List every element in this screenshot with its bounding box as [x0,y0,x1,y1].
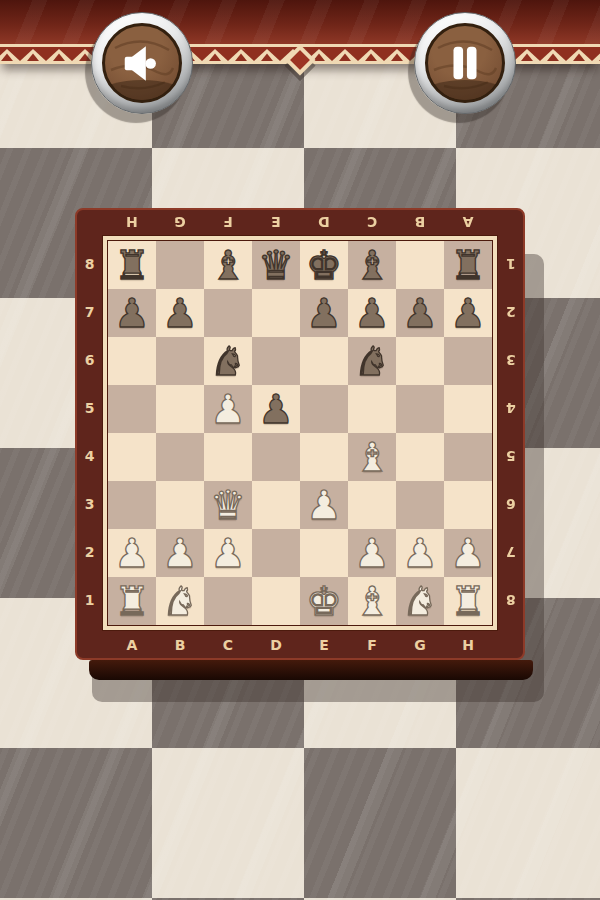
square-a4[interactable] [108,433,156,481]
square-c3[interactable]: ♛ [204,481,252,529]
speaker-icon [119,40,165,86]
coordinate-label: C [348,215,396,229]
piece-black-pawn[interactable]: ♟ [162,293,198,333]
square-e1[interactable]: ♚ [300,577,348,625]
coordinate-label: 6 [85,336,95,384]
square-g1[interactable]: ♞ [396,577,444,625]
coordinate-label: A [108,638,156,652]
square-f4[interactable]: ♝ [348,433,396,481]
square-d4[interactable] [252,433,300,481]
piece-black-knight[interactable]: ♞ [210,341,246,381]
coordinate-label: 6 [506,480,516,528]
square-g2[interactable]: ♟ [396,529,444,577]
square-a2[interactable]: ♟ [108,529,156,577]
square-e7[interactable]: ♟ [300,289,348,337]
square-c2[interactable]: ♟ [204,529,252,577]
piece-black-knight[interactable]: ♞ [354,341,390,381]
coordinate-label: 2 [85,528,95,576]
piece-white-rook[interactable]: ♜ [114,581,150,621]
piece-white-bishop[interactable]: ♝ [354,437,390,477]
square-e6[interactable] [300,337,348,385]
square-h5[interactable] [444,385,492,433]
coordinate-label: D [252,638,300,652]
piece-white-queen[interactable]: ♛ [210,485,246,525]
piece-white-pawn[interactable]: ♟ [354,533,390,573]
square-f2[interactable]: ♟ [348,529,396,577]
square-f7[interactable]: ♟ [348,289,396,337]
piece-black-bishop[interactable]: ♝ [210,245,246,285]
square-g8[interactable] [396,241,444,289]
square-d6[interactable] [252,337,300,385]
piece-white-knight[interactable]: ♞ [402,581,438,621]
piece-black-pawn[interactable]: ♟ [402,293,438,333]
square-c8[interactable]: ♝ [204,241,252,289]
square-e2[interactable] [300,529,348,577]
coordinate-label: 1 [85,576,95,624]
square-g3[interactable] [396,481,444,529]
pause-button-face [425,23,505,103]
coordinate-label: 4 [85,432,95,480]
square-e3[interactable]: ♟ [300,481,348,529]
square-d5[interactable]: ♟ [252,385,300,433]
board-inner-trim: ♜♝♛♚♝♜♟♟♟♟♟♟♞♞♟♟♝♛♟♟♟♟♟♟♟♜♞♚♝♞♜ [102,235,498,631]
piece-white-pawn[interactable]: ♟ [402,533,438,573]
piece-white-bishop[interactable]: ♝ [354,581,390,621]
coordinates-right: 12345678 [498,240,523,626]
coordinates-left: 87654321 [77,240,102,626]
coordinate-label: F [204,215,252,229]
pause-icon [442,40,488,86]
square-d3[interactable] [252,481,300,529]
piece-white-rook[interactable]: ♜ [450,581,486,621]
piece-black-pawn[interactable]: ♟ [258,389,294,429]
coordinate-label: 8 [85,240,95,288]
piece-white-pawn[interactable]: ♟ [450,533,486,573]
square-e4[interactable] [300,433,348,481]
square-e8[interactable]: ♚ [300,241,348,289]
square-e5[interactable] [300,385,348,433]
piece-white-pawn[interactable]: ♟ [162,533,198,573]
piece-white-pawn[interactable]: ♟ [114,533,150,573]
piece-black-pawn[interactable]: ♟ [114,293,150,333]
piece-black-pawn[interactable]: ♟ [450,293,486,333]
square-h4[interactable] [444,433,492,481]
coordinate-label: D [300,215,348,229]
piece-black-bishop[interactable]: ♝ [354,245,390,285]
board-base-edge [89,660,533,680]
square-c6[interactable]: ♞ [204,337,252,385]
square-c1[interactable] [204,577,252,625]
coordinate-label: 5 [506,432,516,480]
coordinate-label: 3 [506,336,516,384]
square-h6[interactable] [444,337,492,385]
square-a8[interactable]: ♜ [108,241,156,289]
coordinates-top: HGFEDCBA [108,210,492,234]
chess-board: HGFEDCBA 87654321 ♜♝♛♚♝♜♟♟♟♟♟♟♞♞♟♟♝♛♟♟♟♟… [75,208,525,680]
square-b7[interactable]: ♟ [156,289,204,337]
coordinate-label: 4 [506,384,516,432]
piece-black-rook[interactable]: ♜ [114,245,150,285]
piece-black-pawn[interactable]: ♟ [306,293,342,333]
board-squares: ♜♝♛♚♝♜♟♟♟♟♟♟♞♞♟♟♝♛♟♟♟♟♟♟♟♜♞♚♝♞♜ [108,241,492,625]
square-a7[interactable]: ♟ [108,289,156,337]
piece-white-king[interactable]: ♚ [306,581,342,621]
coordinate-label: E [300,638,348,652]
coordinate-label: A [444,215,492,229]
square-f1[interactable]: ♝ [348,577,396,625]
sound-button[interactable] [91,12,193,114]
square-f6[interactable]: ♞ [348,337,396,385]
square-c7[interactable] [204,289,252,337]
diamond-ornament-inner [290,50,310,70]
pause-button[interactable] [414,12,516,114]
coordinate-label: C [204,638,252,652]
coordinate-label: F [348,638,396,652]
coordinate-label: B [156,638,204,652]
square-h7[interactable]: ♟ [444,289,492,337]
square-b1[interactable]: ♞ [156,577,204,625]
piece-black-king[interactable]: ♚ [306,245,342,285]
piece-white-knight[interactable]: ♞ [162,581,198,621]
square-c5[interactable]: ♟ [204,385,252,433]
coordinate-label: 7 [85,288,95,336]
square-c4[interactable] [204,433,252,481]
square-b2[interactable]: ♟ [156,529,204,577]
square-h8[interactable]: ♜ [444,241,492,289]
square-a5[interactable] [108,385,156,433]
coordinate-label: 5 [85,384,95,432]
square-a3[interactable] [108,481,156,529]
square-d7[interactable] [252,289,300,337]
square-d8[interactable]: ♛ [252,241,300,289]
square-f8[interactable]: ♝ [348,241,396,289]
square-b4[interactable] [156,433,204,481]
coordinate-label: 8 [506,576,516,624]
sound-button-face [102,23,182,103]
coordinate-label: 7 [506,528,516,576]
piece-white-pawn[interactable]: ♟ [210,533,246,573]
piece-white-pawn[interactable]: ♟ [210,389,246,429]
square-f3[interactable] [348,481,396,529]
square-a1[interactable]: ♜ [108,577,156,625]
square-f5[interactable] [348,385,396,433]
square-b8[interactable] [156,241,204,289]
coordinate-label: G [156,215,204,229]
coordinate-label: 2 [506,288,516,336]
coordinate-label: E [252,215,300,229]
coordinate-label: H [444,638,492,652]
piece-black-queen[interactable]: ♛ [258,245,294,285]
coordinate-label: 1 [506,240,516,288]
square-h2[interactable]: ♟ [444,529,492,577]
square-g7[interactable]: ♟ [396,289,444,337]
piece-white-pawn[interactable]: ♟ [306,485,342,525]
top-bar-band [0,0,600,44]
square-h1[interactable]: ♜ [444,577,492,625]
square-h3[interactable] [444,481,492,529]
square-b3[interactable] [156,481,204,529]
coordinate-label: B [396,215,444,229]
square-g6[interactable] [396,337,444,385]
board-frame: HGFEDCBA 87654321 ♜♝♛♚♝♜♟♟♟♟♟♟♞♞♟♟♝♛♟♟♟♟… [75,208,525,660]
square-b6[interactable] [156,337,204,385]
square-a6[interactable] [108,337,156,385]
coordinate-label: 3 [85,480,95,528]
square-b5[interactable] [156,385,204,433]
square-g5[interactable] [396,385,444,433]
coordinates-bottom: ABCDEFGH [108,632,492,658]
coordinate-label: H [108,215,156,229]
coordinate-label: G [396,638,444,652]
piece-black-rook[interactable]: ♜ [450,245,486,285]
square-d1[interactable] [252,577,300,625]
piece-black-pawn[interactable]: ♟ [354,293,390,333]
square-g4[interactable] [396,433,444,481]
square-d2[interactable] [252,529,300,577]
